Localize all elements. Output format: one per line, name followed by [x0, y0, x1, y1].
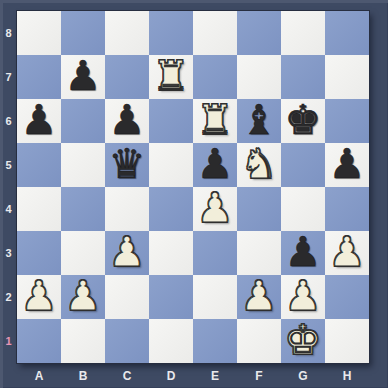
square-a1[interactable]: [17, 319, 61, 363]
square-g2[interactable]: ♟: [281, 275, 325, 319]
square-d3[interactable]: [149, 231, 193, 275]
file-label-g: G: [281, 363, 325, 388]
black-pawn[interactable]: ♟: [21, 100, 58, 141]
square-d4[interactable]: [149, 187, 193, 231]
square-b3[interactable]: [61, 231, 105, 275]
black-queen[interactable]: ♛: [109, 144, 146, 185]
black-bishop[interactable]: ♝: [241, 100, 278, 141]
square-d7[interactable]: ♜: [149, 55, 193, 99]
square-e8[interactable]: [193, 11, 237, 55]
file-label-d: D: [149, 363, 193, 388]
white-pawn[interactable]: ♟: [285, 276, 322, 317]
square-e3[interactable]: [193, 231, 237, 275]
square-f7[interactable]: [237, 55, 281, 99]
square-e5[interactable]: ♟: [193, 143, 237, 187]
file-label-e: E: [193, 363, 237, 388]
black-pawn[interactable]: ♟: [109, 100, 146, 141]
file-label-c: C: [105, 363, 149, 388]
square-f3[interactable]: [237, 231, 281, 275]
square-h4[interactable]: [325, 187, 369, 231]
square-h6[interactable]: [325, 99, 369, 143]
square-e1[interactable]: [193, 319, 237, 363]
black-king[interactable]: ♚: [285, 100, 322, 141]
square-g5[interactable]: [281, 143, 325, 187]
black-pawn[interactable]: ♟: [65, 56, 102, 97]
square-b2[interactable]: ♟: [61, 275, 105, 319]
square-e7[interactable]: [193, 55, 237, 99]
square-g4[interactable]: [281, 187, 325, 231]
square-f8[interactable]: [237, 11, 281, 55]
square-g7[interactable]: [281, 55, 325, 99]
rank-label-7: 7: [0, 55, 17, 99]
square-d6[interactable]: [149, 99, 193, 143]
rank-label-8: 8: [0, 11, 17, 55]
square-h7[interactable]: [325, 55, 369, 99]
square-h2[interactable]: [325, 275, 369, 319]
square-a2[interactable]: ♟: [17, 275, 61, 319]
square-a4[interactable]: [17, 187, 61, 231]
file-label-a: A: [17, 363, 61, 388]
file-label-f: F: [237, 363, 281, 388]
square-d2[interactable]: [149, 275, 193, 319]
rank-label-4: 4: [0, 187, 17, 231]
white-rook[interactable]: ♜: [197, 100, 234, 141]
file-label-h: H: [325, 363, 369, 388]
square-g1[interactable]: ♚: [281, 319, 325, 363]
square-h1[interactable]: [325, 319, 369, 363]
square-b5[interactable]: [61, 143, 105, 187]
square-e6[interactable]: ♜: [193, 99, 237, 143]
square-c6[interactable]: ♟: [105, 99, 149, 143]
square-b6[interactable]: [61, 99, 105, 143]
black-pawn[interactable]: ♟: [329, 144, 366, 185]
white-pawn[interactable]: ♟: [241, 276, 278, 317]
rank-label-1: 1: [0, 319, 17, 363]
square-d1[interactable]: [149, 319, 193, 363]
square-a8[interactable]: [17, 11, 61, 55]
square-b7[interactable]: ♟: [61, 55, 105, 99]
square-b8[interactable]: [61, 11, 105, 55]
square-c4[interactable]: [105, 187, 149, 231]
square-h5[interactable]: ♟: [325, 143, 369, 187]
rank-label-6: 6: [0, 99, 17, 143]
square-a5[interactable]: [17, 143, 61, 187]
square-g8[interactable]: [281, 11, 325, 55]
white-pawn[interactable]: ♟: [21, 276, 58, 317]
white-rook[interactable]: ♜: [153, 56, 190, 97]
square-c5[interactable]: ♛: [105, 143, 149, 187]
square-c7[interactable]: [105, 55, 149, 99]
square-a3[interactable]: [17, 231, 61, 275]
white-king[interactable]: ♚: [285, 320, 322, 361]
square-g3[interactable]: ♟: [281, 231, 325, 275]
white-knight[interactable]: ♞: [241, 144, 278, 185]
square-f4[interactable]: [237, 187, 281, 231]
square-f6[interactable]: ♝: [237, 99, 281, 143]
rank-label-2: 2: [0, 275, 17, 319]
square-a6[interactable]: ♟: [17, 99, 61, 143]
square-b1[interactable]: [61, 319, 105, 363]
square-c8[interactable]: [105, 11, 149, 55]
white-pawn[interactable]: ♟: [197, 188, 234, 229]
square-f2[interactable]: ♟: [237, 275, 281, 319]
square-b4[interactable]: [61, 187, 105, 231]
rank-label-3: 3: [0, 231, 17, 275]
black-pawn[interactable]: ♟: [197, 144, 234, 185]
square-d8[interactable]: [149, 11, 193, 55]
square-g6[interactable]: ♚: [281, 99, 325, 143]
square-c1[interactable]: [105, 319, 149, 363]
rank-label-5: 5: [0, 143, 17, 187]
black-pawn[interactable]: ♟: [285, 232, 322, 273]
chess-board: ♟♜♟♟♜♝♚♛♟♞♟♟♟♟♟♟♟♟♟♚: [17, 11, 369, 363]
square-f1[interactable]: [237, 319, 281, 363]
square-c2[interactable]: [105, 275, 149, 319]
white-pawn[interactable]: ♟: [109, 232, 146, 273]
file-label-b: B: [61, 363, 105, 388]
square-h3[interactable]: ♟: [325, 231, 369, 275]
square-a7[interactable]: [17, 55, 61, 99]
chess-board-frame: ♟♜♟♟♜♝♚♛♟♞♟♟♟♟♟♟♟♟♟♚ 87654321 ABCDEFGH: [0, 0, 388, 388]
square-h8[interactable]: [325, 11, 369, 55]
square-e4[interactable]: ♟: [193, 187, 237, 231]
white-pawn[interactable]: ♟: [329, 232, 366, 273]
square-c3[interactable]: ♟: [105, 231, 149, 275]
square-f5[interactable]: ♞: [237, 143, 281, 187]
white-pawn[interactable]: ♟: [65, 276, 102, 317]
square-e2[interactable]: [193, 275, 237, 319]
square-d5[interactable]: [149, 143, 193, 187]
